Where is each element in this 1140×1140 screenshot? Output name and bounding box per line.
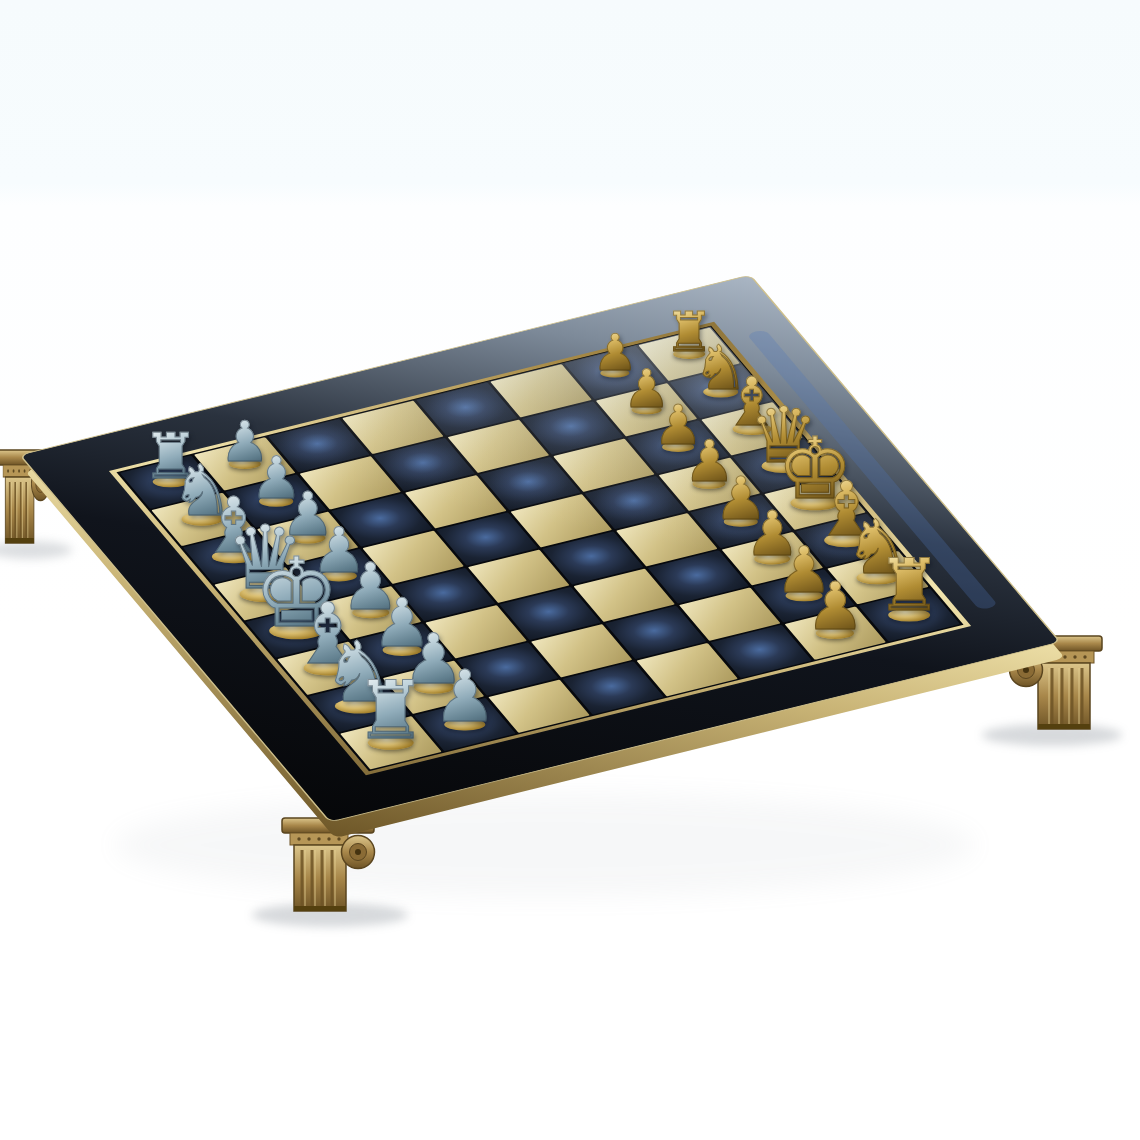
board-scene-svg (0, 0, 1140, 1140)
chess-set-photo: ♜♟♞♟♝♟♟♛♜♟♟♚♞♟♟♝♝♟♟♞♛♟♟♜♚♟♟♝♟♞♟♜ (0, 0, 1140, 1140)
foot-south-ionic-capital (282, 818, 375, 911)
board (20, 275, 1060, 822)
